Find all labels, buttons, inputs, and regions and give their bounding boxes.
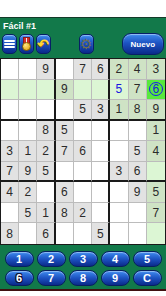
cell-r4c5[interactable]: [74, 121, 92, 142]
cell-r3c6[interactable]: 3: [92, 100, 110, 121]
cell-r2c1[interactable]: [1, 80, 19, 101]
cell-r1c2[interactable]: [19, 59, 37, 80]
cell-r1c9[interactable]: 3: [147, 59, 165, 80]
cell-r6c2[interactable]: 9: [19, 162, 37, 183]
undo-button[interactable]: ↶: [36, 34, 51, 54]
cell-r8c3[interactable]: 1: [37, 203, 55, 224]
key-clear[interactable]: C: [133, 270, 162, 286]
key-8[interactable]: 8: [69, 270, 98, 286]
cell-r6c3[interactable]: 5: [37, 162, 55, 183]
medal-icon: [22, 37, 31, 51]
sudoku-board: 9762439576531898513127654795364269551827…: [0, 58, 166, 245]
cell-r1c4[interactable]: [56, 59, 74, 80]
cell-r3c2[interactable]: [19, 100, 37, 121]
key-5[interactable]: 5: [133, 251, 162, 267]
cell-r4c1[interactable]: [1, 121, 19, 142]
cell-r4c3[interactable]: 8: [37, 121, 55, 142]
cell-r9c4[interactable]: [56, 223, 74, 244]
cell-r4c4[interactable]: 5: [56, 121, 74, 142]
key-1[interactable]: 1: [5, 251, 34, 267]
key-9[interactable]: 9: [101, 270, 130, 286]
cell-r7c7[interactable]: [110, 182, 128, 203]
cell-r5c4[interactable]: 7: [56, 141, 74, 162]
undo-icon: ↶: [37, 37, 49, 51]
cell-r3c8[interactable]: 8: [129, 100, 147, 121]
cell-r4c9[interactable]: 1: [147, 121, 165, 142]
cell-r6c7[interactable]: 3: [110, 162, 128, 183]
cell-r2c4[interactable]: 9: [56, 80, 74, 101]
new-game-button[interactable]: Nuevo: [122, 33, 164, 55]
cell-r7c2[interactable]: 2: [19, 182, 37, 203]
bottom-divider: [0, 289, 166, 291]
cell-r3c4[interactable]: [56, 100, 74, 121]
key-3[interactable]: 3: [69, 251, 98, 267]
cell-r5c5[interactable]: 6: [74, 141, 92, 162]
cell-r1c7[interactable]: 2: [110, 59, 128, 80]
cell-r3c5[interactable]: 5: [74, 100, 92, 121]
cell-r5c2[interactable]: 1: [19, 141, 37, 162]
cell-r7c5[interactable]: [74, 182, 92, 203]
cell-r5c6[interactable]: [92, 141, 110, 162]
cell-r9c8[interactable]: [129, 223, 147, 244]
cell-r7c8[interactable]: 9: [129, 182, 147, 203]
cell-r9c1[interactable]: 8: [1, 223, 19, 244]
key-4[interactable]: 4: [101, 251, 130, 267]
cell-r5c8[interactable]: 5: [129, 141, 147, 162]
cell-r8c5[interactable]: 2: [74, 203, 92, 224]
cell-r1c8[interactable]: 4: [129, 59, 147, 80]
cell-r7c3[interactable]: [37, 182, 55, 203]
cell-r7c6[interactable]: [92, 182, 110, 203]
cell-r3c3[interactable]: [37, 100, 55, 121]
cell-r5c9[interactable]: 4: [147, 141, 165, 162]
cell-r6c1[interactable]: 7: [1, 162, 19, 183]
key-6[interactable]: 6: [5, 270, 34, 286]
cell-r4c2[interactable]: [19, 121, 37, 142]
cell-r4c6[interactable]: [92, 121, 110, 142]
cell-r6c8[interactable]: 6: [129, 162, 147, 183]
puzzle-title: Fácil #1: [0, 18, 166, 33]
key-2[interactable]: 2: [37, 251, 66, 267]
cell-r4c7[interactable]: [110, 121, 128, 142]
cell-r9c3[interactable]: 6: [37, 223, 55, 244]
new-game-label: Nuevo: [131, 40, 155, 49]
cell-r6c4[interactable]: [56, 162, 74, 183]
cell-r6c6[interactable]: [92, 162, 110, 183]
cell-r5c3[interactable]: 2: [37, 141, 55, 162]
cell-r3c1[interactable]: [1, 100, 19, 121]
settings-button[interactable]: ⚙: [79, 34, 94, 54]
cell-r8c6[interactable]: [92, 203, 110, 224]
cell-r4c8[interactable]: [129, 121, 147, 142]
selected-cell-ring: 6: [149, 82, 163, 96]
cell-r7c9[interactable]: 5: [147, 182, 165, 203]
number-keypad: 123456789C: [0, 245, 166, 286]
cell-r9c9[interactable]: [147, 223, 165, 244]
cell-r9c2[interactable]: [19, 223, 37, 244]
cell-r6c5[interactable]: [74, 162, 92, 183]
cell-r1c6[interactable]: 6: [92, 59, 110, 80]
menu-button[interactable]: [2, 34, 17, 54]
cell-r3c7[interactable]: 1: [110, 100, 128, 121]
cell-r1c3[interactable]: 9: [37, 59, 55, 80]
cell-r5c7[interactable]: [110, 141, 128, 162]
cell-r6c9[interactable]: [147, 162, 165, 183]
cell-r8c9[interactable]: 7: [147, 203, 165, 224]
cell-r1c5[interactable]: 7: [74, 59, 92, 80]
key-7[interactable]: 7: [37, 270, 66, 286]
cell-r3c9[interactable]: 9: [147, 100, 165, 121]
cell-r8c4[interactable]: 8: [56, 203, 74, 224]
cell-r5c1[interactable]: 3: [1, 141, 19, 162]
cell-r8c7[interactable]: [110, 203, 128, 224]
cell-r9c5[interactable]: [74, 223, 92, 244]
sudoku-app: Fácil #1 ↶ ⚙ Nuevo 976243957653189851312…: [0, 17, 166, 291]
cell-r2c8[interactable]: 7: [129, 80, 147, 101]
cell-r7c4[interactable]: 6: [56, 182, 74, 203]
hamburger-icon: [4, 39, 15, 49]
cell-r1c1[interactable]: [1, 59, 19, 80]
cell-r2c2[interactable]: [19, 80, 37, 101]
cell-r8c8[interactable]: [129, 203, 147, 224]
cell-r2c7[interactable]: 5: [110, 80, 128, 101]
cell-r9c7[interactable]: [110, 223, 128, 244]
gear-icon: ⚙: [80, 37, 93, 51]
cell-r2c5[interactable]: [74, 80, 92, 101]
cell-r8c1[interactable]: [1, 203, 19, 224]
achievements-button[interactable]: [19, 34, 34, 54]
cell-r2c9[interactable]: 6: [147, 80, 165, 101]
cell-r2c3[interactable]: [37, 80, 55, 101]
cell-r8c2[interactable]: 5: [19, 203, 37, 224]
status-bar: [0, 0, 166, 17]
cell-r9c6[interactable]: 5: [92, 223, 110, 244]
cell-r7c1[interactable]: 4: [1, 182, 19, 203]
toolbar: ↶ ⚙ Nuevo: [0, 33, 166, 58]
cell-r2c6[interactable]: [92, 80, 110, 101]
